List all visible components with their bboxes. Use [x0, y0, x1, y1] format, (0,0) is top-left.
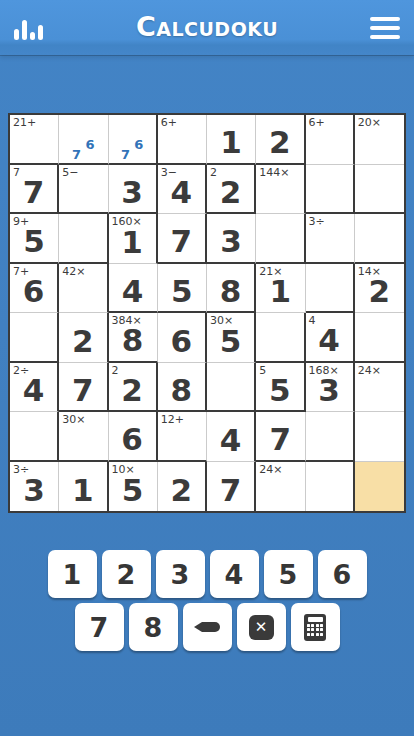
key-8[interactable]: 8: [129, 603, 178, 651]
calculator-icon: [304, 614, 326, 641]
page-title: Calcudoku: [136, 11, 278, 42]
cell-r4c4[interactable]: 5: [158, 264, 207, 314]
cell-r7c7[interactable]: [306, 412, 355, 462]
menu-bar: [370, 17, 400, 21]
cell-r2c2[interactable]: 5−: [59, 165, 108, 215]
cell-value: 7: [23, 167, 45, 210]
cell-r3c3[interactable]: 160×1: [109, 214, 158, 264]
cell-value: 2: [269, 117, 291, 160]
cell-r4c5[interactable]: 8: [207, 264, 256, 314]
cell-r8c4[interactable]: 2: [158, 462, 207, 512]
cell-value: 4: [220, 415, 242, 458]
cage-label: 21×: [259, 265, 282, 278]
cell-value: 7: [171, 216, 193, 259]
cell-r2c5[interactable]: 22: [207, 165, 256, 215]
cell-value: 1: [220, 117, 242, 160]
pencil-eraser-button[interactable]: [183, 603, 232, 651]
cell-value: 7: [72, 365, 94, 408]
cell-r2c7[interactable]: [306, 165, 355, 215]
stats-bar: [14, 29, 19, 40]
key-7[interactable]: 7: [75, 603, 124, 651]
cell-r8c2[interactable]: 1: [59, 462, 108, 512]
cell-r5c2[interactable]: 2: [59, 313, 108, 363]
cell-value: 7: [220, 465, 242, 508]
stats-bar: [38, 25, 43, 40]
cage-label: 6+: [161, 116, 177, 129]
cage-label: 5−: [62, 166, 78, 179]
cell-r6c1[interactable]: 2÷4: [10, 363, 59, 413]
delete-x-icon: ✕: [249, 615, 274, 640]
cage-label: 7: [13, 166, 20, 179]
cage-label: 5: [259, 364, 266, 377]
pencil-mark-6: 6: [86, 136, 95, 151]
cell-value: 2: [220, 167, 242, 210]
cell-value: 2: [72, 316, 94, 359]
cell-r7c3[interactable]: 6: [109, 412, 158, 462]
cell-value: 8: [220, 266, 242, 309]
cell-r1c1[interactable]: 21+: [10, 115, 59, 165]
cell-r7c5[interactable]: 4: [207, 412, 256, 462]
cell-r3c6[interactable]: [256, 214, 305, 264]
hamburger-menu-icon[interactable]: [370, 17, 400, 39]
cell-r3c8[interactable]: [355, 214, 404, 264]
cell-r5c3[interactable]: 384×8: [109, 313, 158, 363]
cell-r6c8[interactable]: 24×: [355, 363, 404, 413]
cell-r4c7[interactable]: [306, 264, 355, 314]
key-2[interactable]: 2: [102, 550, 151, 598]
key-6[interactable]: 6: [318, 550, 367, 598]
key-4[interactable]: 4: [210, 550, 259, 598]
key-1[interactable]: 1: [48, 550, 97, 598]
cell-r8c5[interactable]: 7: [207, 462, 256, 512]
cage-label: 7+: [13, 265, 29, 278]
keypad: 123456 78✕: [0, 550, 414, 651]
cell-r7c4[interactable]: 12+: [158, 412, 207, 462]
cell-value: 1: [72, 465, 94, 508]
cage-label: 9+: [13, 215, 29, 228]
cell-r1c4[interactable]: 6+: [158, 115, 207, 165]
pencil-mark-7: 7: [72, 146, 81, 161]
cage-label: 21+: [13, 116, 36, 129]
cell-r4c2[interactable]: 42×: [59, 264, 108, 314]
cage-label: 12+: [161, 413, 184, 426]
cell-r8c8-selected[interactable]: [355, 462, 404, 512]
app-header: Calcudoku: [0, 0, 414, 55]
cell-value: 5: [171, 266, 193, 309]
cage-label: 3−: [161, 166, 177, 179]
cell-r1c8[interactable]: 20×: [355, 115, 404, 165]
cell-r7c1[interactable]: [10, 412, 59, 462]
stats-bar: [22, 20, 27, 40]
cage-label: 6+: [309, 116, 325, 129]
cell-r5c8[interactable]: [355, 313, 404, 363]
cell-value: 3: [220, 216, 242, 259]
cage-label: 384×: [112, 314, 142, 327]
calcudoku-board: 21+67676+126+20×775−33−422144×9+5160×173…: [8, 113, 406, 513]
cell-r4c3[interactable]: 4: [109, 264, 158, 314]
cell-r7c2[interactable]: 30×: [59, 412, 108, 462]
cell-r6c7[interactable]: 168×3: [306, 363, 355, 413]
cage-label: 30×: [62, 413, 85, 426]
cell-r5c4[interactable]: 6: [158, 313, 207, 363]
cell-r5c1[interactable]: [10, 313, 59, 363]
stats-bar: [30, 32, 35, 40]
stats-bars-icon[interactable]: [14, 16, 43, 40]
cell-r8c7[interactable]: [306, 462, 355, 512]
cell-r3c1[interactable]: 9+5: [10, 214, 59, 264]
pencil-mark-7: 7: [121, 146, 130, 161]
cell-value: 3: [121, 167, 143, 210]
cell-value: 7: [270, 414, 292, 457]
cell-r4c1[interactable]: 7+6: [10, 264, 59, 314]
cell-r3c7[interactable]: 3÷: [306, 214, 355, 264]
cell-value: 6: [171, 316, 193, 359]
pencil-mark-6: 6: [134, 136, 143, 151]
menu-bar: [370, 35, 400, 39]
cell-r5c5[interactable]: 30×5: [207, 313, 256, 363]
cell-r2c3[interactable]: 3: [109, 165, 158, 215]
cell-r6c2[interactable]: 7: [59, 363, 108, 413]
cell-r7c8[interactable]: [355, 412, 404, 462]
key-5[interactable]: 5: [264, 550, 313, 598]
cage-label: 3÷: [13, 463, 29, 476]
cell-r4c6[interactable]: 21×1: [256, 264, 305, 314]
cell-r3c5[interactable]: 3: [207, 214, 256, 264]
cell-value: 8: [171, 365, 193, 408]
cell-value: 5: [269, 365, 291, 408]
cell-r1c3[interactable]: 67: [109, 115, 158, 165]
keypad-row-2: 78✕: [75, 603, 340, 651]
pencil-eraser-icon: [194, 622, 220, 632]
key-3[interactable]: 3: [156, 550, 205, 598]
cage-label: 30×: [210, 314, 233, 327]
cage-label: 2: [210, 166, 217, 179]
cell-r6c6[interactable]: 55: [256, 363, 305, 413]
keypad-row-1: 123456: [48, 550, 367, 598]
cell-r5c6[interactable]: [256, 313, 305, 363]
cell-r7c6[interactable]: 7: [256, 412, 305, 462]
cell-value: 4: [122, 266, 144, 309]
cell-r6c4[interactable]: 8: [158, 363, 207, 413]
cage-label: 168×: [309, 364, 339, 377]
cage-label: 24×: [259, 463, 282, 476]
cell-r8c1[interactable]: 3÷3: [10, 462, 59, 512]
cell-r5c7[interactable]: 44: [306, 313, 355, 363]
cell-r3c2[interactable]: [59, 214, 108, 264]
cell-r1c7[interactable]: 6+: [306, 115, 355, 165]
cage-label: 42×: [62, 265, 85, 278]
cell-r2c8[interactable]: [355, 165, 404, 215]
cage-label: 10×: [112, 463, 135, 476]
cage-label: 20×: [358, 116, 381, 129]
cage-label: 24×: [358, 364, 381, 377]
cage-label: 144×: [259, 166, 289, 179]
cage-label: 2: [112, 364, 119, 377]
cell-r1c6[interactable]: 2: [256, 115, 305, 165]
cell-r6c3[interactable]: 22: [109, 363, 158, 413]
cell-r2c4[interactable]: 3−4: [158, 165, 207, 215]
cell-r1c2[interactable]: 67: [59, 115, 108, 165]
cell-r8c6[interactable]: 24×: [256, 462, 305, 512]
cage-label: 4: [309, 314, 316, 327]
cage-label: 2÷: [13, 364, 29, 377]
cell-value: 2: [171, 465, 193, 508]
cell-value: 4: [318, 315, 340, 358]
cell-r2c1[interactable]: 77: [10, 165, 59, 215]
cell-r2c6[interactable]: 144×: [256, 165, 305, 215]
menu-bar: [370, 26, 400, 30]
board-grid: 21+67676+126+20×775−33−422144×9+5160×173…: [10, 115, 404, 511]
cell-r6c5[interactable]: [207, 363, 256, 413]
cell-r3c4[interactable]: 7: [158, 214, 207, 264]
cell-r4c8[interactable]: 14×2: [355, 264, 404, 314]
calculator-button[interactable]: [291, 603, 340, 651]
cell-value: 6: [121, 414, 143, 457]
delete-button[interactable]: ✕: [237, 603, 286, 651]
cell-r8c3[interactable]: 10×5: [109, 462, 158, 512]
cell-value: 2: [121, 365, 143, 408]
cage-label: 14×: [358, 265, 381, 278]
cell-r1c5[interactable]: 1: [207, 115, 256, 165]
cage-label: 160×: [112, 215, 142, 228]
cage-label: 3÷: [309, 215, 325, 228]
